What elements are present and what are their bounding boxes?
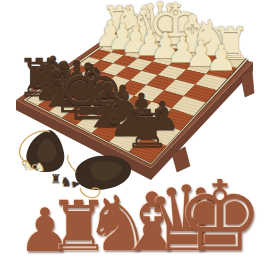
display-piece-king: ♚ [177, 168, 264, 265]
drawstring-right [67, 155, 76, 172]
board-piece-black-rook-h8: ♜ [124, 103, 171, 156]
mini-piece-cream-knight-1: ♞ [23, 160, 34, 172]
product-photo: ♜♞♝♛♚♝♞♜♟♟♟♟♟♟♟♟♟♟♟♟♟♟♟♟♜♞♝♛♚♝♞♜♞♞♜♞♟♟♜♞… [0, 0, 265, 265]
board-piece-white-pawn-h2: ♟ [205, 40, 237, 76]
mini-piece-cream-knight-2: ♞ [35, 161, 46, 173]
